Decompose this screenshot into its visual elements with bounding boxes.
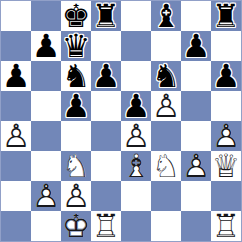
square-e5[interactable]: ♟ xyxy=(121,91,151,121)
piece-white-bishop[interactable]: ♝♗ xyxy=(121,151,151,181)
piece-white-pawn[interactable]: ♟♙ xyxy=(1,121,31,151)
square-e4[interactable]: ♟♙ xyxy=(121,121,151,151)
square-c8[interactable]: ♚ xyxy=(61,1,91,31)
piece-glyph-fill: ♚ xyxy=(61,211,91,241)
square-a1[interactable] xyxy=(1,211,31,241)
square-b4[interactable] xyxy=(31,121,61,151)
piece-glyph-fill: ♝ xyxy=(121,151,151,181)
square-b3[interactable] xyxy=(31,151,61,181)
square-d1[interactable]: ♜♖ xyxy=(91,211,121,241)
piece-black-knight[interactable]: ♞ xyxy=(61,61,91,91)
piece-white-pawn[interactable]: ♟♙ xyxy=(61,181,91,211)
piece-glyph: ♟ xyxy=(31,31,61,61)
piece-glyph-outline: ♙ xyxy=(211,121,241,151)
square-d8[interactable]: ♜ xyxy=(91,1,121,31)
piece-white-knight[interactable]: ♞♘ xyxy=(61,151,91,181)
piece-black-pawn[interactable]: ♟ xyxy=(121,91,151,121)
piece-glyph-fill: ♞ xyxy=(151,151,181,181)
square-a2[interactable] xyxy=(1,181,31,211)
piece-black-pawn[interactable]: ♟ xyxy=(31,31,61,61)
piece-black-pawn[interactable]: ♟ xyxy=(211,61,241,91)
piece-glyph-fill: ♟ xyxy=(31,181,61,211)
piece-glyph-outline: ♕ xyxy=(211,151,241,181)
square-f3[interactable]: ♞♘ xyxy=(151,151,181,181)
piece-glyph-outline: ♙ xyxy=(121,121,151,151)
square-b6[interactable] xyxy=(31,61,61,91)
piece-glyph-fill: ♞ xyxy=(61,151,91,181)
piece-black-pawn[interactable]: ♟ xyxy=(91,61,121,91)
piece-glyph-fill: ♟ xyxy=(181,151,211,181)
square-d5[interactable] xyxy=(91,91,121,121)
piece-glyph: ♞ xyxy=(61,61,91,91)
piece-glyph: ♝ xyxy=(151,1,181,31)
piece-glyph-outline: ♖ xyxy=(91,211,121,241)
piece-glyph: ♟ xyxy=(121,91,151,121)
square-a8[interactable] xyxy=(1,1,31,31)
piece-white-queen[interactable]: ♛♕ xyxy=(211,151,241,181)
square-g4[interactable] xyxy=(181,121,211,151)
piece-glyph: ♚ xyxy=(61,1,91,31)
square-h4[interactable]: ♟♙ xyxy=(211,121,241,151)
piece-black-pawn[interactable]: ♟ xyxy=(61,91,91,121)
piece-white-knight[interactable]: ♞♘ xyxy=(151,151,181,181)
piece-black-king[interactable]: ♚ xyxy=(61,1,91,31)
piece-glyph-outline: ♘ xyxy=(151,151,181,181)
piece-white-pawn[interactable]: ♟♙ xyxy=(31,181,61,211)
square-h7[interactable] xyxy=(211,31,241,61)
piece-glyph: ♛ xyxy=(61,31,91,61)
square-c7[interactable]: ♛ xyxy=(61,31,91,61)
square-g3[interactable]: ♟♙ xyxy=(181,151,211,181)
piece-white-pawn[interactable]: ♟♙ xyxy=(211,121,241,151)
piece-glyph-fill: ♟ xyxy=(61,181,91,211)
square-d3[interactable] xyxy=(91,151,121,181)
piece-black-pawn[interactable]: ♟ xyxy=(1,61,31,91)
piece-white-pawn[interactable]: ♟♙ xyxy=(151,91,181,121)
piece-black-pawn[interactable]: ♟ xyxy=(181,31,211,61)
square-g1[interactable] xyxy=(181,211,211,241)
piece-glyph: ♜ xyxy=(91,1,121,31)
piece-white-pawn[interactable]: ♟♙ xyxy=(121,121,151,151)
piece-glyph-fill: ♟ xyxy=(151,91,181,121)
square-d2[interactable] xyxy=(91,181,121,211)
piece-black-knight[interactable]: ♞ xyxy=(151,61,181,91)
chess-board: ♚♜♝♜♟♛♟♟♞♟♞♟♟♟♟♙♟♙♟♙♟♙♞♘♝♗♞♘♟♙♛♕♟♙♟♙♚♔♜♖… xyxy=(0,0,242,242)
piece-glyph: ♟ xyxy=(91,61,121,91)
square-f7[interactable] xyxy=(151,31,181,61)
square-a4[interactable]: ♟♙ xyxy=(1,121,31,151)
square-c4[interactable] xyxy=(61,121,91,151)
square-c1[interactable]: ♚♔ xyxy=(61,211,91,241)
square-f8[interactable]: ♝ xyxy=(151,1,181,31)
square-b2[interactable]: ♟♙ xyxy=(31,181,61,211)
square-f5[interactable]: ♟♙ xyxy=(151,91,181,121)
square-a5[interactable] xyxy=(1,91,31,121)
square-e1[interactable] xyxy=(121,211,151,241)
piece-white-rook[interactable]: ♜♖ xyxy=(91,211,121,241)
square-a3[interactable] xyxy=(1,151,31,181)
square-g5[interactable] xyxy=(181,91,211,121)
piece-white-pawn[interactable]: ♟♙ xyxy=(181,151,211,181)
square-c5[interactable]: ♟ xyxy=(61,91,91,121)
square-a6[interactable]: ♟ xyxy=(1,61,31,91)
piece-glyph-fill: ♟ xyxy=(1,121,31,151)
piece-glyph-outline: ♘ xyxy=(61,151,91,181)
square-h1[interactable]: ♜♖ xyxy=(211,211,241,241)
square-f2[interactable] xyxy=(151,181,181,211)
piece-glyph-outline: ♔ xyxy=(61,211,91,241)
square-d4[interactable] xyxy=(91,121,121,151)
square-h6[interactable]: ♟ xyxy=(211,61,241,91)
square-f4[interactable] xyxy=(151,121,181,151)
piece-glyph-fill: ♟ xyxy=(121,121,151,151)
piece-glyph-fill: ♜ xyxy=(211,211,241,241)
square-e3[interactable]: ♝♗ xyxy=(121,151,151,181)
piece-glyph-outline: ♙ xyxy=(31,181,61,211)
piece-glyph: ♟ xyxy=(211,61,241,91)
square-d7[interactable] xyxy=(91,31,121,61)
piece-black-rook[interactable]: ♜ xyxy=(91,1,121,31)
square-c2[interactable]: ♟♙ xyxy=(61,181,91,211)
piece-white-rook[interactable]: ♜♖ xyxy=(211,211,241,241)
square-b5[interactable] xyxy=(31,91,61,121)
piece-glyph-outline: ♙ xyxy=(1,121,31,151)
square-h2[interactable] xyxy=(211,181,241,211)
square-e7[interactable] xyxy=(121,31,151,61)
piece-black-rook[interactable]: ♜ xyxy=(211,1,241,31)
square-b8[interactable] xyxy=(31,1,61,31)
piece-glyph-outline: ♙ xyxy=(151,91,181,121)
piece-glyph: ♟ xyxy=(1,61,31,91)
piece-glyph: ♟ xyxy=(181,31,211,61)
square-g7[interactable]: ♟ xyxy=(181,31,211,61)
square-c6[interactable]: ♞ xyxy=(61,61,91,91)
piece-white-king[interactable]: ♚♔ xyxy=(61,211,91,241)
piece-glyph-fill: ♜ xyxy=(91,211,121,241)
square-g6[interactable] xyxy=(181,61,211,91)
piece-glyph-outline: ♖ xyxy=(211,211,241,241)
piece-glyph: ♟ xyxy=(61,91,91,121)
piece-glyph-outline: ♙ xyxy=(181,151,211,181)
square-e8[interactable] xyxy=(121,1,151,31)
square-e6[interactable] xyxy=(121,61,151,91)
square-g8[interactable] xyxy=(181,1,211,31)
piece-black-bishop[interactable]: ♝ xyxy=(151,1,181,31)
square-a7[interactable] xyxy=(1,31,31,61)
square-c3[interactable]: ♞♘ xyxy=(61,151,91,181)
square-h8[interactable]: ♜ xyxy=(211,1,241,31)
square-f1[interactable] xyxy=(151,211,181,241)
square-h3[interactable]: ♛♕ xyxy=(211,151,241,181)
square-g2[interactable] xyxy=(181,181,211,211)
square-e2[interactable] xyxy=(121,181,151,211)
piece-black-queen[interactable]: ♛ xyxy=(61,31,91,61)
square-b1[interactable] xyxy=(31,211,61,241)
piece-glyph: ♞ xyxy=(151,61,181,91)
square-h5[interactable] xyxy=(211,91,241,121)
piece-glyph-outline: ♙ xyxy=(61,181,91,211)
square-b7[interactable]: ♟ xyxy=(31,31,61,61)
square-f6[interactable]: ♞ xyxy=(151,61,181,91)
square-d6[interactable]: ♟ xyxy=(91,61,121,91)
piece-glyph-fill: ♟ xyxy=(211,121,241,151)
piece-glyph-fill: ♛ xyxy=(211,151,241,181)
piece-glyph: ♜ xyxy=(211,1,241,31)
piece-glyph-outline: ♗ xyxy=(121,151,151,181)
